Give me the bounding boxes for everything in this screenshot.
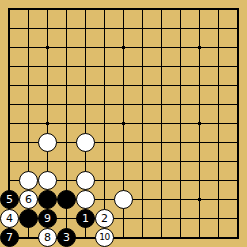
board-cell[interactable] <box>209 171 228 190</box>
board-cell[interactable] <box>38 0 57 19</box>
board-cell[interactable] <box>171 76 190 95</box>
board-cell[interactable] <box>133 171 152 190</box>
grid-line-vertical <box>218 57 219 76</box>
board-cell[interactable] <box>190 76 209 95</box>
board-cell[interactable] <box>76 152 95 171</box>
grid-line-horizontal <box>9 66 19 67</box>
grid-line-vertical <box>142 171 143 190</box>
board-cell[interactable] <box>152 190 171 209</box>
board-cell[interactable] <box>57 95 76 114</box>
board-cell[interactable] <box>38 133 57 152</box>
board-cell[interactable] <box>57 38 76 57</box>
board-cell[interactable]: 9 <box>38 209 57 228</box>
grid-line-vertical <box>47 19 48 38</box>
board-cell[interactable] <box>152 228 171 247</box>
grid-line-vertical <box>85 95 86 114</box>
grid-line-vertical <box>142 228 143 239</box>
grid-line-vertical <box>199 57 200 76</box>
board-cell[interactable] <box>114 114 133 133</box>
board-cell[interactable] <box>95 76 114 95</box>
grid-line-vertical <box>85 76 86 95</box>
board-cell[interactable] <box>190 190 209 209</box>
board-cell[interactable] <box>152 38 171 57</box>
grid-line-vertical <box>142 209 143 228</box>
board-cell[interactable] <box>171 190 190 209</box>
board-cell[interactable] <box>114 38 133 57</box>
grid-line-vertical <box>237 190 239 209</box>
grid-line-vertical <box>218 209 219 228</box>
grid-line-vertical <box>123 76 124 95</box>
grid-line-vertical <box>161 190 162 209</box>
grid-line-vertical <box>237 209 239 228</box>
board-cell[interactable] <box>76 190 95 209</box>
board-cell[interactable] <box>19 19 38 38</box>
grid-line-vertical <box>47 8 48 19</box>
grid-line-vertical <box>199 95 200 114</box>
board-cell[interactable] <box>38 171 57 190</box>
grid-line-vertical <box>199 76 200 95</box>
grid-line-vertical <box>180 190 181 209</box>
grid-line-vertical <box>218 19 219 38</box>
grid-line-vertical <box>28 38 29 57</box>
grid-line-vertical <box>237 152 239 171</box>
board-cell[interactable] <box>209 114 228 133</box>
board-cell[interactable] <box>38 190 57 209</box>
board-cell[interactable] <box>133 57 152 76</box>
board-cell[interactable] <box>171 209 190 228</box>
grid-line-vertical <box>180 8 181 19</box>
grid-line-vertical <box>180 57 181 76</box>
board-cell[interactable] <box>38 38 57 57</box>
board-cell[interactable] <box>19 152 38 171</box>
grid-line-vertical <box>66 38 67 57</box>
grid-line-vertical <box>142 38 143 57</box>
grid-line-vertical <box>8 19 10 38</box>
board-cell[interactable] <box>228 95 247 114</box>
board-cell[interactable] <box>171 38 190 57</box>
board-cell[interactable] <box>133 133 152 152</box>
board-cell[interactable] <box>152 76 171 95</box>
board-cell[interactable] <box>152 114 171 133</box>
board-cell[interactable] <box>152 152 171 171</box>
grid-line-vertical <box>123 8 124 19</box>
grid-line-vertical <box>104 57 105 76</box>
grid-line-vertical <box>123 171 124 190</box>
board-cell[interactable]: 7 <box>0 228 19 247</box>
board-cell[interactable]: 8 <box>38 228 57 247</box>
board-cell[interactable] <box>228 19 247 38</box>
board-cell[interactable] <box>228 114 247 133</box>
grid-line-vertical <box>66 19 67 38</box>
grid-line-vertical <box>104 114 105 133</box>
grid-line-vertical <box>237 8 239 19</box>
grid-line-vertical <box>104 38 105 57</box>
board-cell[interactable] <box>0 152 19 171</box>
grid-line-vertical <box>161 171 162 190</box>
board-cell[interactable] <box>171 57 190 76</box>
board-cell[interactable] <box>171 133 190 152</box>
grid-line-vertical <box>104 152 105 171</box>
white-stone: 8 <box>38 228 57 247</box>
board-cell[interactable] <box>209 133 228 152</box>
move-number: 5 <box>6 194 13 205</box>
board-cell[interactable] <box>209 19 228 38</box>
grid-line-horizontal <box>9 8 19 10</box>
grid-line-vertical <box>85 228 86 239</box>
board-cell[interactable] <box>19 95 38 114</box>
grid-line-vertical <box>142 133 143 152</box>
grid-line-vertical <box>104 8 105 19</box>
grid-line-vertical <box>66 76 67 95</box>
grid-line-vertical <box>142 19 143 38</box>
grid-line-vertical <box>85 152 86 171</box>
board-cell[interactable] <box>209 38 228 57</box>
grid-line-vertical <box>180 209 181 228</box>
grid-line-vertical <box>161 19 162 38</box>
board-cell[interactable] <box>152 0 171 19</box>
board-cell[interactable] <box>152 95 171 114</box>
board-cell[interactable] <box>57 209 76 228</box>
board-cell[interactable]: 6 <box>19 190 38 209</box>
grid-line-vertical <box>123 209 124 228</box>
board-cell[interactable] <box>19 133 38 152</box>
board-cell[interactable] <box>152 57 171 76</box>
move-number: 10 <box>99 233 109 242</box>
go-board: 56491278310 <box>0 0 247 247</box>
board-cell[interactable] <box>0 57 19 76</box>
board-cell[interactable] <box>114 133 133 152</box>
board-cell[interactable] <box>190 228 209 247</box>
board-cell[interactable] <box>76 171 95 190</box>
board-cell[interactable] <box>76 95 95 114</box>
board-cell[interactable] <box>57 57 76 76</box>
board-cell[interactable] <box>171 19 190 38</box>
board-cell[interactable] <box>228 190 247 209</box>
board-cell[interactable] <box>76 0 95 19</box>
board-cell[interactable] <box>0 171 19 190</box>
grid-line-vertical <box>161 38 162 57</box>
board-cell[interactable] <box>76 114 95 133</box>
board-cell[interactable] <box>38 95 57 114</box>
white-stone <box>38 171 57 190</box>
board-cell[interactable] <box>209 190 228 209</box>
grid-line-vertical <box>66 95 67 114</box>
board-cell[interactable] <box>57 19 76 38</box>
board-cell[interactable] <box>0 133 19 152</box>
grid-line-vertical <box>28 76 29 95</box>
grid-line-vertical <box>8 95 10 114</box>
grid-line-vertical <box>161 8 162 19</box>
board-cell[interactable] <box>190 114 209 133</box>
grid-line-vertical <box>218 171 219 190</box>
grid-line-vertical <box>161 57 162 76</box>
black-stone <box>57 190 76 209</box>
board-cell[interactable] <box>190 57 209 76</box>
board-cell[interactable]: 4 <box>0 209 19 228</box>
board-cell[interactable] <box>209 228 228 247</box>
move-number: 1 <box>82 213 89 224</box>
board-cell[interactable] <box>76 76 95 95</box>
grid-line-vertical <box>218 114 219 133</box>
board-cell[interactable] <box>133 209 152 228</box>
board-cell[interactable] <box>0 0 19 19</box>
board-cell[interactable] <box>228 133 247 152</box>
grid-line-vertical <box>218 8 219 19</box>
grid-line-vertical <box>28 95 29 114</box>
grid-line-vertical <box>180 114 181 133</box>
board-cell[interactable] <box>114 76 133 95</box>
board-cell[interactable]: 10 <box>95 228 114 247</box>
board-cell[interactable] <box>209 209 228 228</box>
grid-line-vertical <box>237 19 239 38</box>
grid-line-horizontal <box>9 123 19 124</box>
grid-line-vertical <box>218 190 219 209</box>
grid-line-vertical <box>47 95 48 114</box>
board-cell[interactable] <box>76 133 95 152</box>
board-cell[interactable] <box>95 38 114 57</box>
board-cell[interactable] <box>95 95 114 114</box>
board-cell[interactable] <box>114 228 133 247</box>
grid-line-vertical <box>47 57 48 76</box>
board-cell[interactable] <box>38 114 57 133</box>
board-cell[interactable] <box>95 57 114 76</box>
board-cell[interactable] <box>0 76 19 95</box>
board-cell[interactable] <box>171 95 190 114</box>
grid-line-vertical <box>66 114 67 133</box>
grid-line-vertical <box>180 95 181 114</box>
grid-line-vertical <box>28 19 29 38</box>
grid-line-horizontal <box>9 47 19 48</box>
grid-line-vertical <box>218 95 219 114</box>
grid-line-vertical <box>161 114 162 133</box>
board-cell[interactable] <box>228 76 247 95</box>
board-cell[interactable] <box>190 133 209 152</box>
grid-line-vertical <box>123 152 124 171</box>
grid-line-vertical <box>237 171 239 190</box>
grid-line-vertical <box>199 152 200 171</box>
grid-line-vertical <box>218 133 219 152</box>
board-cell[interactable] <box>190 19 209 38</box>
grid-line-vertical <box>180 133 181 152</box>
board-cell[interactable]: 5 <box>0 190 19 209</box>
board-cell[interactable] <box>19 171 38 190</box>
board-cell[interactable] <box>228 57 247 76</box>
board-cell[interactable] <box>209 152 228 171</box>
board-cell[interactable] <box>38 152 57 171</box>
grid-line-vertical <box>180 19 181 38</box>
board-cell[interactable] <box>114 171 133 190</box>
board-cell[interactable] <box>57 171 76 190</box>
board-cell[interactable]: 1 <box>76 209 95 228</box>
board-cell[interactable] <box>95 19 114 38</box>
board-cell[interactable] <box>133 95 152 114</box>
board-cell[interactable] <box>190 95 209 114</box>
board-cell[interactable] <box>228 38 247 57</box>
board-cell[interactable] <box>171 171 190 190</box>
move-number: 4 <box>6 213 13 224</box>
board-cell[interactable] <box>19 76 38 95</box>
grid-line-vertical <box>237 133 239 152</box>
board-cell[interactable] <box>152 133 171 152</box>
board-cell[interactable] <box>57 133 76 152</box>
grid-line-vertical <box>8 8 10 19</box>
board-cell[interactable] <box>171 114 190 133</box>
grid-line-vertical <box>161 152 162 171</box>
board-cell[interactable] <box>133 228 152 247</box>
board-cell[interactable] <box>114 152 133 171</box>
board-cell[interactable] <box>152 19 171 38</box>
grid-line-vertical <box>85 114 86 133</box>
board-cell[interactable] <box>95 190 114 209</box>
black-stone <box>19 209 38 228</box>
grid-line-vertical <box>123 228 124 239</box>
board-cell[interactable] <box>133 0 152 19</box>
board-cell[interactable] <box>171 228 190 247</box>
board-cell[interactable] <box>209 95 228 114</box>
board-cell[interactable] <box>190 0 209 19</box>
grid-line-vertical <box>161 133 162 152</box>
board-cell[interactable] <box>57 190 76 209</box>
board-cell[interactable] <box>19 38 38 57</box>
board-cell[interactable] <box>57 0 76 19</box>
grid-line-vertical <box>28 57 29 76</box>
board-cell[interactable] <box>152 209 171 228</box>
board-cell[interactable] <box>19 0 38 19</box>
grid-line-vertical <box>161 228 162 239</box>
grid-line-vertical <box>28 8 29 19</box>
board-cell[interactable]: 2 <box>95 209 114 228</box>
board-cell[interactable] <box>95 114 114 133</box>
board-cell[interactable] <box>0 19 19 38</box>
board-cell[interactable] <box>95 171 114 190</box>
board-cell[interactable] <box>228 0 247 19</box>
grid-line-vertical <box>237 38 239 57</box>
grid-line-vertical <box>85 57 86 76</box>
board-cell[interactable] <box>209 76 228 95</box>
board-cell[interactable] <box>152 171 171 190</box>
board-cell[interactable] <box>19 209 38 228</box>
grid-line-vertical <box>104 95 105 114</box>
board-cell[interactable] <box>209 0 228 19</box>
board-cell[interactable] <box>133 76 152 95</box>
grid-line-vertical <box>142 76 143 95</box>
board-cell[interactable] <box>19 114 38 133</box>
board-cell[interactable] <box>171 152 190 171</box>
white-stone <box>76 133 95 152</box>
board-cell[interactable] <box>95 152 114 171</box>
board-cell[interactable] <box>76 19 95 38</box>
move-number: 2 <box>101 213 108 224</box>
grid-line-vertical <box>28 133 29 152</box>
board-cell[interactable] <box>190 38 209 57</box>
board-cell[interactable] <box>19 57 38 76</box>
grid-line-vertical <box>8 38 10 57</box>
board-cell[interactable] <box>38 19 57 38</box>
grid-line-vertical <box>104 171 105 190</box>
board-cell[interactable] <box>19 228 38 247</box>
grid-line-vertical <box>142 114 143 133</box>
grid-line-vertical <box>28 114 29 133</box>
star-point <box>122 122 125 125</box>
white-stone <box>19 171 38 190</box>
board-cell[interactable] <box>209 57 228 76</box>
white-stone: 6 <box>19 190 38 209</box>
board-cell[interactable] <box>228 152 247 171</box>
board-cell[interactable] <box>228 209 247 228</box>
board-cell[interactable] <box>190 209 209 228</box>
board-cell[interactable] <box>57 114 76 133</box>
board-cell[interactable] <box>114 95 133 114</box>
grid-line-vertical <box>218 228 219 239</box>
board-cell[interactable]: 3 <box>57 228 76 247</box>
white-stone <box>114 190 133 209</box>
black-stone: 5 <box>0 190 19 209</box>
grid-line-vertical <box>218 38 219 57</box>
grid-line-vertical <box>28 228 29 239</box>
board-cell[interactable] <box>133 38 152 57</box>
white-stone <box>76 190 95 209</box>
grid-line-vertical <box>123 57 124 76</box>
board-cell[interactable] <box>38 76 57 95</box>
board-cell[interactable] <box>95 0 114 19</box>
grid-line-vertical <box>8 76 10 95</box>
board-cell[interactable] <box>190 171 209 190</box>
grid-line-vertical <box>8 133 10 152</box>
board-cell[interactable] <box>190 152 209 171</box>
board-cell[interactable] <box>171 0 190 19</box>
grid-line-vertical <box>161 209 162 228</box>
grid-line-vertical <box>180 152 181 171</box>
star-point <box>46 122 49 125</box>
grid-line-vertical <box>66 57 67 76</box>
grid-line-vertical <box>237 114 239 133</box>
board-cell[interactable] <box>76 57 95 76</box>
board-cell[interactable] <box>114 0 133 19</box>
board-cell[interactable] <box>0 114 19 133</box>
grid-line-vertical <box>85 8 86 19</box>
grid-line-horizontal <box>9 142 19 143</box>
board-cell[interactable] <box>57 152 76 171</box>
board-cell[interactable] <box>38 57 57 76</box>
board-cell[interactable] <box>133 114 152 133</box>
board-cell[interactable] <box>76 228 95 247</box>
board-cell[interactable] <box>114 190 133 209</box>
black-stone: 3 <box>57 228 76 247</box>
board-cell[interactable] <box>114 19 133 38</box>
board-cell[interactable] <box>95 133 114 152</box>
grid-line-vertical <box>142 8 143 19</box>
move-number: 7 <box>6 232 13 243</box>
board-cell[interactable] <box>133 152 152 171</box>
board-cell[interactable] <box>114 57 133 76</box>
board-cell[interactable] <box>133 190 152 209</box>
grid-line-vertical <box>180 171 181 190</box>
board-cell[interactable] <box>114 209 133 228</box>
board-cell[interactable] <box>228 171 247 190</box>
board-cell[interactable] <box>0 95 19 114</box>
star-point <box>46 46 49 49</box>
board-cell[interactable] <box>57 76 76 95</box>
board-cell[interactable] <box>0 38 19 57</box>
grid-line-vertical <box>142 190 143 209</box>
grid-line-horizontal <box>9 85 19 86</box>
grid-line-vertical <box>123 95 124 114</box>
star-point <box>198 198 201 201</box>
board-cell[interactable] <box>228 228 247 247</box>
grid-line-vertical <box>28 152 29 171</box>
board-cell[interactable] <box>76 38 95 57</box>
board-cell[interactable] <box>133 19 152 38</box>
